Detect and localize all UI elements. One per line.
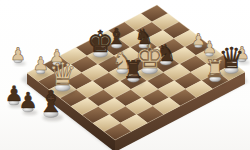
chess-set-photo: ♟♞♝♟♚♟♟♞♟♛♚♞♟♜♜♛♟♟♝ — [0, 0, 250, 150]
piece-black-pawn-table-front-left-b: ♟ — [18, 88, 38, 115]
pawn-glyph: ♟ — [18, 88, 38, 113]
pawn-glyph: ♟ — [32, 53, 49, 74]
piece-white-pawn-table-left: ♟ — [10, 44, 26, 66]
rook-glyph: ♜ — [204, 55, 226, 83]
piece-black-bishop-table-front-left-c: ♝ — [37, 84, 64, 121]
piece-black-king-b4: ♚ — [87, 24, 114, 61]
chess-board-scene: ♟♞♝♟♚♟♟♞♟♛♚♞♟♜♜♛♟♟♝ — [0, 0, 250, 150]
piece-white-rook-h7: ♜ — [204, 55, 226, 85]
piece-white-pawn-a1: ♟ — [32, 53, 49, 76]
rook-glyph: ♜ — [123, 56, 145, 84]
pawn-glyph: ♟ — [202, 37, 217, 57]
king-glyph: ♚ — [87, 24, 114, 59]
piece-black-rook-e4: ♜ — [123, 56, 145, 86]
pawn-glyph: ♟ — [10, 44, 26, 64]
bishop-glyph: ♝ — [37, 84, 64, 119]
